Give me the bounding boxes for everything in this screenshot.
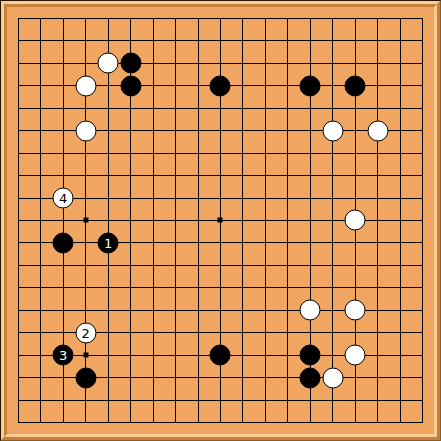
board-cell[interactable] xyxy=(209,254,231,276)
board-cell[interactable] xyxy=(119,119,141,141)
board-cell[interactable] xyxy=(412,74,434,96)
board-cell[interactable] xyxy=(97,322,119,344)
board-cell[interactable] xyxy=(142,164,164,186)
board-cell[interactable] xyxy=(74,232,96,254)
board-cell[interactable] xyxy=(412,209,434,231)
board-cell[interactable] xyxy=(29,7,51,29)
board-cell[interactable] xyxy=(142,277,164,299)
board-cell[interactable] xyxy=(52,299,74,321)
board-cell[interactable] xyxy=(52,164,74,186)
board-cell[interactable] xyxy=(344,187,366,209)
board-cell[interactable] xyxy=(254,299,276,321)
board-cell[interactable] xyxy=(412,367,434,389)
board-cell[interactable] xyxy=(299,164,321,186)
board-cell[interactable] xyxy=(74,74,96,96)
board-cell[interactable] xyxy=(299,74,321,96)
board-cell[interactable] xyxy=(299,209,321,231)
board-cell[interactable] xyxy=(97,254,119,276)
board-cell[interactable] xyxy=(74,29,96,51)
board-cell[interactable] xyxy=(232,254,254,276)
board-cell[interactable] xyxy=(119,7,141,29)
board-cell[interactable] xyxy=(209,74,231,96)
board-cell[interactable] xyxy=(277,299,299,321)
board-cell[interactable] xyxy=(142,187,164,209)
board-cell[interactable] xyxy=(119,74,141,96)
board-cell[interactable] xyxy=(299,344,321,366)
board-cell[interactable] xyxy=(232,299,254,321)
board-cell[interactable] xyxy=(119,29,141,51)
board-cell[interactable] xyxy=(367,142,389,164)
board-cell[interactable] xyxy=(187,187,209,209)
board-cell[interactable] xyxy=(209,7,231,29)
board-cell[interactable] xyxy=(209,209,231,231)
board-cell[interactable] xyxy=(97,299,119,321)
board-cell[interactable] xyxy=(344,119,366,141)
board-cell[interactable] xyxy=(119,97,141,119)
board-cell[interactable] xyxy=(209,97,231,119)
board-cell[interactable] xyxy=(367,254,389,276)
board-cell[interactable] xyxy=(367,232,389,254)
board-cell[interactable] xyxy=(344,277,366,299)
board-cell[interactable] xyxy=(232,389,254,411)
board-cell[interactable] xyxy=(322,142,344,164)
board-cell[interactable] xyxy=(52,232,74,254)
board-cell[interactable] xyxy=(74,164,96,186)
board-cell[interactable] xyxy=(97,164,119,186)
board-cell[interactable] xyxy=(29,29,51,51)
board-cell[interactable] xyxy=(97,367,119,389)
board-cell[interactable] xyxy=(277,164,299,186)
board-cell[interactable] xyxy=(7,389,29,411)
board-cell[interactable] xyxy=(187,74,209,96)
board-cell[interactable] xyxy=(344,322,366,344)
board-cell[interactable] xyxy=(142,209,164,231)
board-cell[interactable] xyxy=(389,277,411,299)
board-cell[interactable] xyxy=(119,142,141,164)
board-cell[interactable] xyxy=(367,299,389,321)
board-cell[interactable] xyxy=(142,74,164,96)
board-cell[interactable] xyxy=(52,412,74,434)
board-cell[interactable] xyxy=(389,7,411,29)
board-cell[interactable] xyxy=(322,389,344,411)
board-cell[interactable] xyxy=(119,367,141,389)
board-cell[interactable] xyxy=(187,299,209,321)
board-cell[interactable] xyxy=(344,209,366,231)
board-cell[interactable] xyxy=(142,344,164,366)
board-cell[interactable] xyxy=(187,164,209,186)
board-cell[interactable] xyxy=(29,164,51,186)
board-cell[interactable] xyxy=(142,232,164,254)
board-cell[interactable] xyxy=(142,412,164,434)
board-cell[interactable] xyxy=(52,7,74,29)
board-cell[interactable] xyxy=(367,367,389,389)
board-cell[interactable] xyxy=(389,299,411,321)
board-cell[interactable] xyxy=(164,97,186,119)
board-cell[interactable]: 3 xyxy=(52,344,74,366)
board-cell[interactable] xyxy=(29,367,51,389)
board-cell[interactable] xyxy=(344,164,366,186)
board-cell[interactable] xyxy=(97,209,119,231)
board-cell[interactable] xyxy=(367,164,389,186)
board-cell[interactable] xyxy=(29,74,51,96)
board-cell[interactable] xyxy=(412,389,434,411)
board-cell[interactable] xyxy=(299,254,321,276)
board-cell[interactable]: 1 xyxy=(97,232,119,254)
board-cell[interactable] xyxy=(119,187,141,209)
board-cell[interactable] xyxy=(142,367,164,389)
board-cell[interactable] xyxy=(277,187,299,209)
board-cell[interactable] xyxy=(74,142,96,164)
board-cell[interactable] xyxy=(209,322,231,344)
board-cell[interactable] xyxy=(344,74,366,96)
board-cell[interactable] xyxy=(209,119,231,141)
board-cell[interactable] xyxy=(389,74,411,96)
board-cell[interactable] xyxy=(209,52,231,74)
board-cell[interactable] xyxy=(209,142,231,164)
board-cell[interactable] xyxy=(254,209,276,231)
board-cell[interactable] xyxy=(322,322,344,344)
board-cell[interactable] xyxy=(232,7,254,29)
board-cell[interactable] xyxy=(412,344,434,366)
board-cell[interactable] xyxy=(74,209,96,231)
board-cell[interactable] xyxy=(254,52,276,74)
board-cell[interactable] xyxy=(164,232,186,254)
board-cell[interactable] xyxy=(344,412,366,434)
board-cell[interactable] xyxy=(344,367,366,389)
board-cell[interactable] xyxy=(97,389,119,411)
board-cell[interactable] xyxy=(254,322,276,344)
board-cell[interactable] xyxy=(322,254,344,276)
board-cell[interactable] xyxy=(142,52,164,74)
board-cell[interactable] xyxy=(299,142,321,164)
board-cell[interactable] xyxy=(7,142,29,164)
board-cell[interactable] xyxy=(344,232,366,254)
board-cell[interactable] xyxy=(7,344,29,366)
board-cell[interactable] xyxy=(164,254,186,276)
board-cell[interactable] xyxy=(367,322,389,344)
board-cell[interactable] xyxy=(367,74,389,96)
board-cell[interactable] xyxy=(389,187,411,209)
board-cell[interactable] xyxy=(412,142,434,164)
board-cell[interactable] xyxy=(187,232,209,254)
board-cell[interactable] xyxy=(389,344,411,366)
board-cell[interactable] xyxy=(52,389,74,411)
board-cell[interactable] xyxy=(74,412,96,434)
board-cell[interactable] xyxy=(119,232,141,254)
board-cell[interactable] xyxy=(7,254,29,276)
board-cell[interactable] xyxy=(344,97,366,119)
board-cell[interactable] xyxy=(299,52,321,74)
board-cell[interactable] xyxy=(29,209,51,231)
board-cell[interactable] xyxy=(389,412,411,434)
board-cell[interactable] xyxy=(412,29,434,51)
board-cell[interactable] xyxy=(119,277,141,299)
board-cell[interactable] xyxy=(142,142,164,164)
board-cell[interactable] xyxy=(7,119,29,141)
board-cell[interactable] xyxy=(299,97,321,119)
board-cell[interactable] xyxy=(344,389,366,411)
board-cell[interactable] xyxy=(344,254,366,276)
board-cell[interactable] xyxy=(367,187,389,209)
board-cell[interactable] xyxy=(52,142,74,164)
board-cell[interactable] xyxy=(7,322,29,344)
board-cell[interactable] xyxy=(142,254,164,276)
board-cell[interactable] xyxy=(254,97,276,119)
board-cell[interactable] xyxy=(299,187,321,209)
board-cell[interactable] xyxy=(187,412,209,434)
board-cell[interactable] xyxy=(119,209,141,231)
board-cell[interactable] xyxy=(254,232,276,254)
board-cell[interactable] xyxy=(412,97,434,119)
board-cell[interactable] xyxy=(142,119,164,141)
board-cell[interactable] xyxy=(187,52,209,74)
board-cell[interactable] xyxy=(29,97,51,119)
board-cell[interactable] xyxy=(299,29,321,51)
board-cell[interactable] xyxy=(277,389,299,411)
board-cell[interactable] xyxy=(119,299,141,321)
board-cell[interactable] xyxy=(232,322,254,344)
board-cell[interactable] xyxy=(299,7,321,29)
board-cell[interactable] xyxy=(187,277,209,299)
board-cell[interactable] xyxy=(119,344,141,366)
board-cell[interactable] xyxy=(389,322,411,344)
board-cell[interactable] xyxy=(119,389,141,411)
board-cell[interactable] xyxy=(97,187,119,209)
board-cell[interactable] xyxy=(389,29,411,51)
board-cell[interactable] xyxy=(367,389,389,411)
board-cell[interactable] xyxy=(322,29,344,51)
board-cell[interactable] xyxy=(7,187,29,209)
board-cell[interactable] xyxy=(29,412,51,434)
board-cell[interactable] xyxy=(119,52,141,74)
board-cell[interactable] xyxy=(254,344,276,366)
board-cell[interactable] xyxy=(322,74,344,96)
board-cell[interactable] xyxy=(29,232,51,254)
board-cell[interactable] xyxy=(254,7,276,29)
board-cell[interactable] xyxy=(187,209,209,231)
board-cell[interactable] xyxy=(74,254,96,276)
board-cell[interactable] xyxy=(7,299,29,321)
board-cell[interactable] xyxy=(367,344,389,366)
board-cell[interactable] xyxy=(187,322,209,344)
board-cell[interactable] xyxy=(344,142,366,164)
board-cell[interactable] xyxy=(7,209,29,231)
board-cell[interactable] xyxy=(232,412,254,434)
board-cell[interactable] xyxy=(74,97,96,119)
board-cell[interactable] xyxy=(119,164,141,186)
board-cell[interactable] xyxy=(142,299,164,321)
board-cell[interactable] xyxy=(74,299,96,321)
board-cell[interactable] xyxy=(52,119,74,141)
board-cell[interactable] xyxy=(97,52,119,74)
board-cell[interactable] xyxy=(322,119,344,141)
board-cell[interactable] xyxy=(389,232,411,254)
board-cell[interactable] xyxy=(52,322,74,344)
board-cell[interactable] xyxy=(389,119,411,141)
board-cell[interactable] xyxy=(119,412,141,434)
board-cell[interactable] xyxy=(74,187,96,209)
board-cell[interactable] xyxy=(254,254,276,276)
board-cell[interactable] xyxy=(164,367,186,389)
board-cell[interactable] xyxy=(29,389,51,411)
board-cell[interactable] xyxy=(29,119,51,141)
board-cell[interactable] xyxy=(412,119,434,141)
board-cell[interactable] xyxy=(7,7,29,29)
board-cell[interactable] xyxy=(412,277,434,299)
board-cell[interactable] xyxy=(322,164,344,186)
board-cell[interactable] xyxy=(29,254,51,276)
board-cell[interactable] xyxy=(412,187,434,209)
board-cell[interactable] xyxy=(29,299,51,321)
board-cell[interactable] xyxy=(322,52,344,74)
board-cell[interactable] xyxy=(187,7,209,29)
board-cell[interactable] xyxy=(209,29,231,51)
board-cell[interactable] xyxy=(164,389,186,411)
board-cell[interactable] xyxy=(299,412,321,434)
board-cell[interactable] xyxy=(412,52,434,74)
board-cell[interactable] xyxy=(164,74,186,96)
board-cell[interactable] xyxy=(164,119,186,141)
board-cell[interactable] xyxy=(209,344,231,366)
board-cell[interactable] xyxy=(277,142,299,164)
board-cell[interactable] xyxy=(232,209,254,231)
board-cell[interactable] xyxy=(52,97,74,119)
board-cell[interactable] xyxy=(254,119,276,141)
board-cell[interactable] xyxy=(277,277,299,299)
board-cell[interactable] xyxy=(119,322,141,344)
board-cell[interactable] xyxy=(29,277,51,299)
board-cell[interactable] xyxy=(7,74,29,96)
board-cell[interactable] xyxy=(322,209,344,231)
board-cell[interactable] xyxy=(277,52,299,74)
board-cell[interactable] xyxy=(367,29,389,51)
board-cell[interactable] xyxy=(187,142,209,164)
board-cell[interactable] xyxy=(187,389,209,411)
board-cell[interactable] xyxy=(412,412,434,434)
board-cell[interactable] xyxy=(254,74,276,96)
board-cell[interactable] xyxy=(254,277,276,299)
board-cell[interactable] xyxy=(232,164,254,186)
board-cell[interactable] xyxy=(367,119,389,141)
board-cell[interactable] xyxy=(322,367,344,389)
board-cell[interactable] xyxy=(232,74,254,96)
board-cell[interactable] xyxy=(187,119,209,141)
board-cell[interactable] xyxy=(187,367,209,389)
board-cell[interactable] xyxy=(389,367,411,389)
board-cell[interactable] xyxy=(254,187,276,209)
board-cell[interactable] xyxy=(142,322,164,344)
board-cell[interactable] xyxy=(322,412,344,434)
board-cell[interactable] xyxy=(344,52,366,74)
board-cell[interactable] xyxy=(209,412,231,434)
board-cell[interactable] xyxy=(7,97,29,119)
board-cell[interactable] xyxy=(254,164,276,186)
board-cell[interactable] xyxy=(74,389,96,411)
board-cell[interactable] xyxy=(344,29,366,51)
board-cell[interactable] xyxy=(97,74,119,96)
board-cell[interactable]: 2 xyxy=(74,322,96,344)
board-cell[interactable] xyxy=(232,119,254,141)
board-cell[interactable]: 4 xyxy=(52,187,74,209)
board-cell[interactable] xyxy=(29,142,51,164)
board-cell[interactable] xyxy=(164,322,186,344)
board-cell[interactable] xyxy=(277,254,299,276)
board-cell[interactable] xyxy=(254,367,276,389)
board-cell[interactable] xyxy=(209,299,231,321)
board-cell[interactable] xyxy=(29,344,51,366)
board-cell[interactable] xyxy=(367,412,389,434)
board-cell[interactable] xyxy=(389,52,411,74)
board-cell[interactable] xyxy=(367,277,389,299)
board-cell[interactable] xyxy=(164,277,186,299)
board-cell[interactable] xyxy=(344,299,366,321)
board-cell[interactable] xyxy=(7,52,29,74)
board-cell[interactable] xyxy=(389,142,411,164)
board-cell[interactable] xyxy=(322,277,344,299)
board-cell[interactable] xyxy=(97,29,119,51)
board-cell[interactable] xyxy=(299,299,321,321)
board-cell[interactable] xyxy=(322,299,344,321)
board-cell[interactable] xyxy=(164,142,186,164)
board-cell[interactable] xyxy=(52,254,74,276)
board-cell[interactable] xyxy=(7,277,29,299)
board-cell[interactable] xyxy=(7,412,29,434)
board-cell[interactable] xyxy=(52,209,74,231)
board-cell[interactable] xyxy=(277,367,299,389)
board-cell[interactable] xyxy=(187,97,209,119)
board-cell[interactable] xyxy=(277,29,299,51)
board-cell[interactable] xyxy=(187,344,209,366)
board-cell[interactable] xyxy=(277,119,299,141)
board-cell[interactable] xyxy=(52,29,74,51)
board-cell[interactable] xyxy=(232,277,254,299)
board-cell[interactable] xyxy=(164,187,186,209)
board-cell[interactable] xyxy=(142,7,164,29)
board-cell[interactable] xyxy=(344,7,366,29)
board-cell[interactable] xyxy=(119,254,141,276)
board-cell[interactable] xyxy=(142,29,164,51)
board-cell[interactable] xyxy=(412,322,434,344)
board-cell[interactable] xyxy=(74,344,96,366)
board-cell[interactable] xyxy=(142,97,164,119)
board-cell[interactable] xyxy=(164,299,186,321)
board-cell[interactable] xyxy=(367,7,389,29)
board-cell[interactable] xyxy=(7,164,29,186)
board-cell[interactable] xyxy=(412,299,434,321)
board-cell[interactable] xyxy=(277,7,299,29)
board-cell[interactable] xyxy=(389,389,411,411)
board-cell[interactable] xyxy=(187,29,209,51)
board-cell[interactable] xyxy=(389,164,411,186)
board-cell[interactable] xyxy=(412,232,434,254)
board-cell[interactable] xyxy=(142,389,164,411)
board-cell[interactable] xyxy=(367,97,389,119)
board-cell[interactable] xyxy=(74,277,96,299)
board-cell[interactable] xyxy=(52,277,74,299)
board-cell[interactable] xyxy=(97,97,119,119)
board-cell[interactable] xyxy=(277,232,299,254)
board-cell[interactable] xyxy=(367,209,389,231)
board-cell[interactable] xyxy=(97,277,119,299)
board-cell[interactable] xyxy=(232,29,254,51)
board-cell[interactable] xyxy=(299,277,321,299)
board-cell[interactable] xyxy=(277,322,299,344)
board-cell[interactable] xyxy=(52,74,74,96)
board-cell[interactable] xyxy=(74,119,96,141)
board-cell[interactable] xyxy=(97,412,119,434)
board-cell[interactable] xyxy=(7,29,29,51)
board-cell[interactable] xyxy=(389,97,411,119)
